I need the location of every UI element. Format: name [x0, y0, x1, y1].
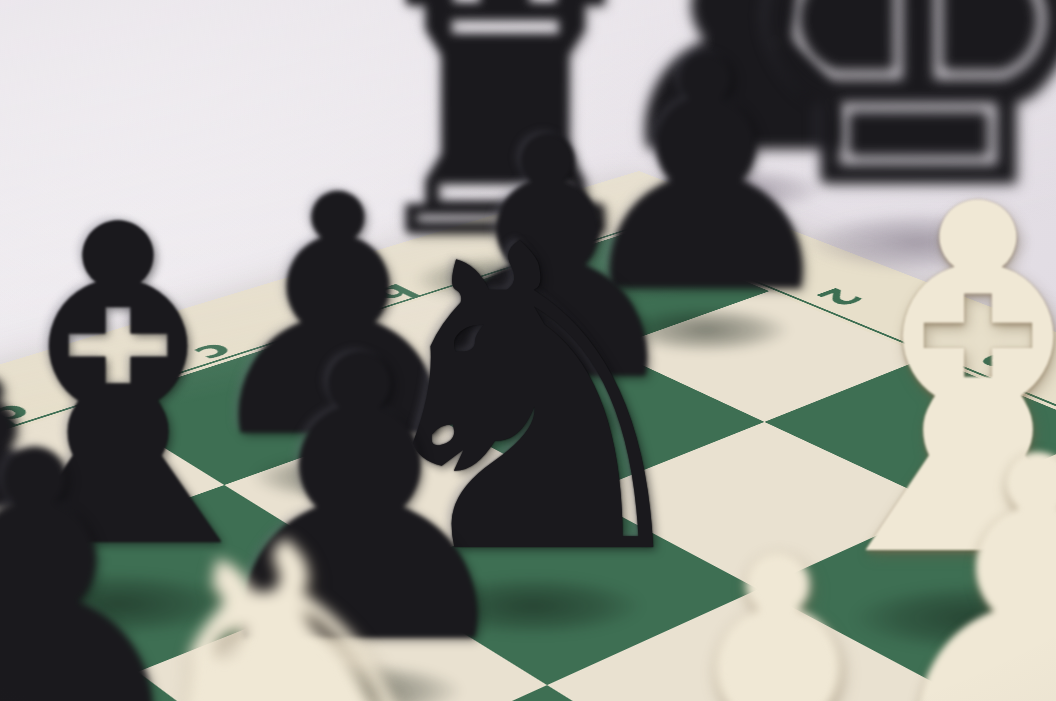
- white-pawn-c4: ♟: [599, 507, 958, 701]
- pieces-layer: ♟♚♜♟♟♟♟♞♝♝♟♟♟♟♞: [0, 0, 1056, 701]
- chessboard-photo: 12345678 abcdefgh ♟♚♜♟♟♟♟♞♝♝♟♟♟♟♞: [0, 0, 1056, 701]
- white-knight-d4: ♞: [98, 486, 501, 701]
